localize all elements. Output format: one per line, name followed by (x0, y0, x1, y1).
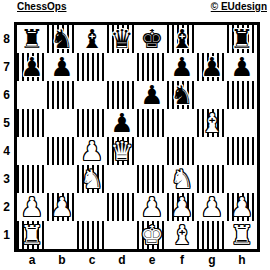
rank-label-4: 4 (0, 144, 13, 158)
square-g3 (197, 165, 227, 193)
white-knight-c3: ♞ (80, 165, 103, 193)
square-e6: ♟ (137, 81, 167, 109)
rank-label-5: 5 (0, 116, 13, 130)
square-g2: ♟ (197, 193, 227, 221)
square-a8: ♜ (17, 25, 47, 53)
square-c1 (77, 221, 107, 249)
square-b5 (47, 109, 77, 137)
square-a6 (17, 81, 47, 109)
square-a2: ♟ (17, 193, 47, 221)
rank-label-2: 2 (0, 200, 13, 214)
square-f2: ♟ (167, 193, 197, 221)
app-title: ChessOps (17, 1, 66, 12)
square-b7: ♟ (47, 53, 77, 81)
square-e1: ♚ (137, 221, 167, 249)
square-e4 (137, 137, 167, 165)
square-a7: ♟ (17, 53, 47, 81)
square-a3 (17, 165, 47, 193)
square-h3 (227, 165, 257, 193)
square-d1 (107, 221, 137, 249)
square-f1: ♝ (167, 221, 197, 249)
square-c8: ♝ (77, 25, 107, 53)
white-queen-d4: ♛ (110, 137, 133, 165)
rank-label-1: 1 (0, 228, 13, 242)
square-a5 (17, 109, 47, 137)
black-pawn-b7: ♟ (50, 53, 73, 81)
black-pawn-h7: ♟ (230, 53, 253, 81)
black-knight-b8: ♞ (50, 25, 73, 53)
square-e3 (137, 165, 167, 193)
square-f4 (167, 137, 197, 165)
square-h8: ♜ (227, 25, 257, 53)
square-g1 (197, 221, 227, 249)
black-bishop-c8: ♝ (80, 25, 103, 53)
square-g6 (197, 81, 227, 109)
white-pawn-f2: ♟ (170, 193, 193, 221)
square-c7 (77, 53, 107, 81)
square-d5: ♟ (107, 109, 137, 137)
copyright-notice: © EUdesign (211, 1, 267, 12)
square-d8: ♛ (107, 25, 137, 53)
chess-board: ♜♞♝♛♚♝♜♟♟♟♟♟♟♞♟♝♟♛♞♞♟♟♟♟♟♟♜♚♝♜ (14, 22, 260, 252)
square-c6 (77, 81, 107, 109)
white-rook-a1: ♜ (20, 221, 43, 249)
black-pawn-e6: ♟ (140, 81, 163, 109)
black-pawn-d5: ♟ (110, 109, 133, 137)
black-pawn-a7: ♟ (20, 53, 43, 81)
square-b8: ♞ (47, 25, 77, 53)
square-b4 (47, 137, 77, 165)
rank-label-6: 6 (0, 88, 13, 102)
rank-label-3: 3 (0, 172, 13, 186)
white-knight-f3: ♞ (170, 165, 193, 193)
black-pawn-g7: ♟ (200, 53, 223, 81)
black-rook-h8: ♜ (230, 25, 253, 53)
square-f6: ♞ (167, 81, 197, 109)
white-pawn-h2: ♟ (230, 193, 253, 221)
square-d7 (107, 53, 137, 81)
rank-label-8: 8 (0, 32, 13, 46)
black-queen-d8: ♛ (110, 25, 133, 53)
square-h5 (227, 109, 257, 137)
square-e7 (137, 53, 167, 81)
file-label-e: e (137, 253, 167, 267)
white-pawn-b2: ♟ (50, 193, 73, 221)
black-bishop-f8: ♝ (170, 25, 193, 53)
file-label-h: h (227, 253, 257, 267)
square-h1: ♜ (227, 221, 257, 249)
square-h7: ♟ (227, 53, 257, 81)
square-h4 (227, 137, 257, 165)
white-bishop-f1: ♝ (170, 221, 193, 249)
square-e8: ♚ (137, 25, 167, 53)
white-king-e1: ♚ (140, 221, 163, 249)
square-d4: ♛ (107, 137, 137, 165)
file-label-b: b (47, 253, 77, 267)
white-rook-h1: ♜ (230, 221, 253, 249)
square-d6 (107, 81, 137, 109)
white-pawn-e2: ♟ (140, 193, 163, 221)
file-label-f: f (167, 253, 197, 267)
square-e2: ♟ (137, 193, 167, 221)
black-knight-f6: ♞ (170, 81, 193, 109)
file-label-a: a (17, 253, 47, 267)
square-b3 (47, 165, 77, 193)
file-label-c: c (77, 253, 107, 267)
rank-label-7: 7 (0, 60, 13, 74)
file-labels: abcdefgh (17, 253, 257, 267)
square-h2: ♟ (227, 193, 257, 221)
square-c2 (77, 193, 107, 221)
square-a1: ♜ (17, 221, 47, 249)
square-c5 (77, 109, 107, 137)
square-g5: ♝ (197, 109, 227, 137)
square-d2 (107, 193, 137, 221)
square-b6 (47, 81, 77, 109)
square-a4 (17, 137, 47, 165)
square-h6 (227, 81, 257, 109)
black-pawn-f7: ♟ (170, 53, 193, 81)
square-g7: ♟ (197, 53, 227, 81)
square-f8: ♝ (167, 25, 197, 53)
black-king-e8: ♚ (140, 25, 163, 53)
square-g4 (197, 137, 227, 165)
white-bishop-g5: ♝ (200, 109, 223, 137)
square-f7: ♟ (167, 53, 197, 81)
square-b2: ♟ (47, 193, 77, 221)
square-f5 (167, 109, 197, 137)
square-d3 (107, 165, 137, 193)
black-rook-a8: ♜ (20, 25, 43, 53)
square-e5 (137, 109, 167, 137)
white-pawn-c4: ♟ (80, 137, 103, 165)
square-c3: ♞ (77, 165, 107, 193)
chessops-diagram: ChessOps © EUdesign ♜♞♝♛♚♝♜♟♟♟♟♟♟♞♟♝♟♛♞♞… (0, 0, 270, 270)
white-pawn-a2: ♟ (20, 193, 43, 221)
file-label-d: d (107, 253, 137, 267)
white-pawn-g2: ♟ (200, 193, 223, 221)
square-g8 (197, 25, 227, 53)
square-c4: ♟ (77, 137, 107, 165)
square-f3: ♞ (167, 165, 197, 193)
file-label-g: g (197, 253, 227, 267)
square-b1 (47, 221, 77, 249)
